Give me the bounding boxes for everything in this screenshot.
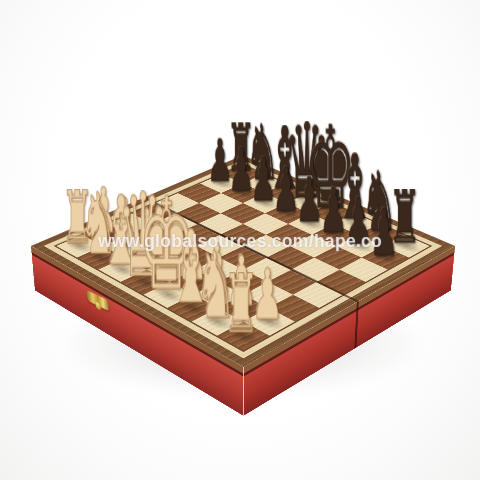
brass-clasp <box>86 290 110 312</box>
black-pawn-glyph: ♟ <box>350 206 416 258</box>
white-rook-glyph: ♜ <box>205 271 278 336</box>
product-photo-stage: ♜♞♝♛♚♝♞♜♟♟♟♟♟♟♟♟♟♟♟♟♟♟♟♟♜♞♝♛♚♝♞♜ www.glo… <box>0 0 480 480</box>
scene-3d: ♜♞♝♛♚♝♞♜♟♟♟♟♟♟♟♟♟♟♟♟♟♟♟♟♜♞♝♛♚♝♞♜ <box>0 0 480 480</box>
pieces-layer: ♜♞♝♛♚♝♞♜♟♟♟♟♟♟♟♟♟♟♟♟♟♟♟♟♜♞♝♛♚♝♞♜ <box>31 155 455 367</box>
chess-board: ♜♞♝♛♚♝♞♜♟♟♟♟♟♟♟♟♟♟♟♟♟♟♟♟♜♞♝♛♚♝♞♜ <box>31 155 455 367</box>
